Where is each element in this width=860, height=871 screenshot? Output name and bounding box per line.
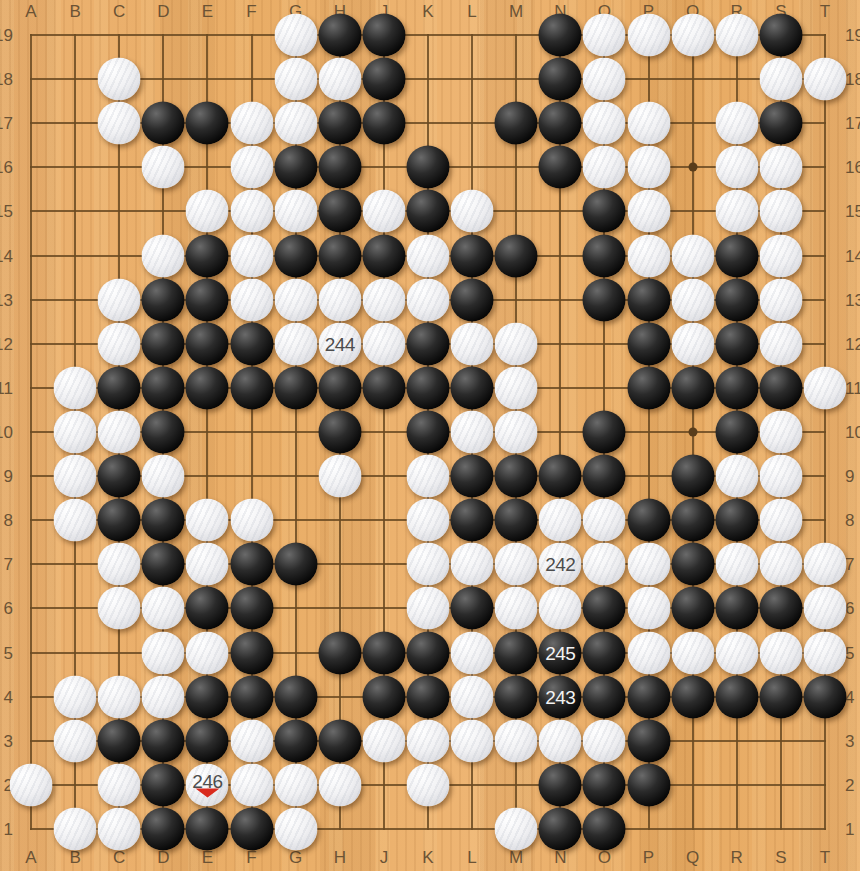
stone-black	[803, 675, 846, 718]
stone-black	[539, 807, 582, 850]
stone-black	[362, 14, 405, 57]
stone-black	[318, 366, 361, 409]
stone-white	[98, 58, 141, 101]
stone-black	[186, 366, 229, 409]
stone-black	[671, 455, 714, 498]
stone-white	[274, 102, 317, 145]
stone-white	[451, 410, 494, 453]
stone-white	[274, 278, 317, 321]
stone-black	[362, 234, 405, 277]
stone-white	[671, 278, 714, 321]
stone-black	[715, 322, 758, 365]
stone-white	[715, 190, 758, 233]
stone-black	[583, 234, 626, 277]
stone-white	[803, 587, 846, 630]
hoshi-dot	[688, 163, 697, 172]
stone-white	[583, 146, 626, 189]
stone-black	[495, 631, 538, 674]
stone-white	[715, 543, 758, 586]
coord-label-right: 8	[845, 512, 860, 529]
stone-black	[715, 499, 758, 542]
stone-black	[627, 366, 670, 409]
coord-label-bottom: R	[731, 849, 743, 866]
stone-white: 242	[539, 543, 582, 586]
coord-label-right: 13	[845, 291, 860, 308]
stone-black	[142, 543, 185, 586]
coord-label-left: 6	[0, 600, 13, 617]
coord-label-right: 14	[845, 247, 860, 264]
coord-label-right: 1	[845, 820, 860, 837]
stone-white	[627, 102, 670, 145]
coord-label-bottom: S	[775, 849, 786, 866]
stone-black	[186, 587, 229, 630]
coord-label-top: A	[25, 3, 36, 20]
stone-white	[142, 587, 185, 630]
stone-white	[186, 499, 229, 542]
stone-black	[274, 146, 317, 189]
stone-white	[627, 543, 670, 586]
stone-white	[759, 234, 802, 277]
coord-label-top: M	[509, 3, 523, 20]
stone-white	[362, 278, 405, 321]
stone-black	[186, 102, 229, 145]
stone-white	[362, 322, 405, 365]
stone-white	[98, 763, 141, 806]
stone-white	[759, 190, 802, 233]
stone-black	[627, 278, 670, 321]
stone-black	[186, 278, 229, 321]
stone-white	[627, 146, 670, 189]
stone-black	[715, 278, 758, 321]
coord-label-bottom: C	[113, 849, 125, 866]
stone-white	[318, 58, 361, 101]
stone-black	[671, 366, 714, 409]
stone-black	[142, 410, 185, 453]
stone-black	[583, 455, 626, 498]
stone-black: 245	[539, 631, 582, 674]
stone-black	[451, 455, 494, 498]
stone-white	[715, 102, 758, 145]
coord-label-right: 9	[845, 468, 860, 485]
stone-black	[495, 455, 538, 498]
stone-white	[186, 190, 229, 233]
stone-white	[627, 587, 670, 630]
coord-label-left: 13	[0, 291, 13, 308]
stone-white	[142, 234, 185, 277]
stone-white	[495, 719, 538, 762]
stone-black	[318, 102, 361, 145]
stone-white	[230, 102, 273, 145]
stone-black	[274, 675, 317, 718]
stone-white	[54, 675, 97, 718]
stone-white	[54, 719, 97, 762]
stone-white	[539, 499, 582, 542]
stone-white	[98, 322, 141, 365]
stone-white	[671, 322, 714, 365]
coord-label-bottom: B	[69, 849, 80, 866]
go-board[interactable]: AABBCCDDEEFFGGHHJJKKLLMMNNOOPPQQRRSSTT19…	[0, 0, 860, 871]
stone-black	[318, 719, 361, 762]
stone-white	[803, 58, 846, 101]
stone-black	[186, 234, 229, 277]
stone-white	[539, 587, 582, 630]
stone-white	[54, 410, 97, 453]
last-move-marker-icon	[195, 789, 219, 798]
stone-black	[539, 763, 582, 806]
stone-black	[627, 719, 670, 762]
stone-black	[583, 631, 626, 674]
coord-label-bottom: K	[422, 849, 433, 866]
coord-label-top: B	[69, 3, 80, 20]
coord-label-top: F	[246, 3, 256, 20]
coord-label-left: 3	[0, 732, 13, 749]
stone-black	[583, 675, 626, 718]
stone-white	[406, 278, 449, 321]
stone-white	[98, 543, 141, 586]
stone-white	[451, 322, 494, 365]
stone-black	[230, 807, 273, 850]
stone-white	[98, 278, 141, 321]
stone-white	[274, 14, 317, 57]
coord-label-right: 19	[845, 27, 860, 44]
stone-black	[230, 587, 273, 630]
stone-white	[142, 675, 185, 718]
stone-black	[362, 102, 405, 145]
stone-black	[318, 631, 361, 674]
coord-label-left: 4	[0, 688, 13, 705]
stone-black	[142, 763, 185, 806]
coord-label-top: T	[820, 3, 830, 20]
stone-white	[98, 410, 141, 453]
stone-white	[54, 455, 97, 498]
stone-black	[759, 14, 802, 57]
stone-black	[671, 675, 714, 718]
stone-white	[98, 675, 141, 718]
coord-label-bottom: J	[380, 849, 389, 866]
stone-white	[406, 587, 449, 630]
coord-label-left: 12	[0, 335, 13, 352]
stone-white	[671, 631, 714, 674]
stone-white	[715, 146, 758, 189]
stone-black	[583, 190, 626, 233]
coord-label-bottom: L	[467, 849, 476, 866]
stone-white	[10, 763, 53, 806]
stone-black	[186, 807, 229, 850]
coord-label-right: 2	[845, 776, 860, 793]
stone-white	[583, 543, 626, 586]
stone-white	[230, 234, 273, 277]
coord-label-bottom: M	[509, 849, 523, 866]
stone-black	[406, 146, 449, 189]
stone-black	[142, 807, 185, 850]
stone-black	[539, 58, 582, 101]
stone-white	[98, 807, 141, 850]
coord-label-left: 18	[0, 71, 13, 88]
stone-black	[98, 455, 141, 498]
stone-white	[406, 543, 449, 586]
stone-white	[230, 146, 273, 189]
stone-black	[142, 322, 185, 365]
stone-white	[759, 58, 802, 101]
stone-white	[715, 631, 758, 674]
stone-white	[495, 366, 538, 409]
coord-label-bottom: H	[334, 849, 346, 866]
stone-black	[274, 366, 317, 409]
coord-label-left: 16	[0, 159, 13, 176]
stone-black	[627, 322, 670, 365]
stone-white	[759, 455, 802, 498]
stone-white	[803, 543, 846, 586]
coord-label-left: 11	[0, 379, 13, 396]
stone-black	[495, 675, 538, 718]
stone-black	[539, 455, 582, 498]
stone-white	[627, 14, 670, 57]
stone-black	[318, 190, 361, 233]
stone-black	[759, 102, 802, 145]
move-number-label: 245	[545, 643, 575, 662]
stone-black	[539, 102, 582, 145]
stone-black	[406, 366, 449, 409]
stone-black	[362, 58, 405, 101]
coord-label-right: 5	[845, 644, 860, 661]
coord-label-bottom: A	[25, 849, 36, 866]
coord-label-bottom: P	[643, 849, 654, 866]
coord-label-bottom: E	[202, 849, 213, 866]
stone-black	[362, 366, 405, 409]
coord-label-right: 4	[845, 688, 860, 705]
stone-black	[186, 322, 229, 365]
coord-label-top: D	[157, 3, 169, 20]
coord-label-bottom: N	[554, 849, 566, 866]
coord-label-right: 10	[845, 423, 860, 440]
coord-label-left: 1	[0, 820, 13, 837]
stone-white: 244	[318, 322, 361, 365]
stone-white	[274, 322, 317, 365]
stone-black: 243	[539, 675, 582, 718]
stone-black	[671, 499, 714, 542]
stone-white	[186, 543, 229, 586]
stone-black	[318, 234, 361, 277]
stone-black	[142, 499, 185, 542]
stone-white	[451, 675, 494, 718]
stone-black	[671, 543, 714, 586]
stone-black	[495, 499, 538, 542]
stone-black	[715, 410, 758, 453]
stone-white	[142, 631, 185, 674]
stone-white	[274, 58, 317, 101]
stone-black	[451, 499, 494, 542]
stone-white	[318, 455, 361, 498]
stone-black	[451, 366, 494, 409]
stone-white	[583, 499, 626, 542]
stone-white	[759, 543, 802, 586]
stone-black	[583, 587, 626, 630]
coord-label-right: 11	[845, 379, 860, 396]
stone-white	[230, 278, 273, 321]
stone-white	[54, 807, 97, 850]
stone-white	[98, 102, 141, 145]
stone-black	[142, 278, 185, 321]
stone-black	[715, 366, 758, 409]
stone-white	[759, 278, 802, 321]
stone-black	[318, 410, 361, 453]
stone-white	[583, 58, 626, 101]
stone-black	[318, 14, 361, 57]
stone-black	[362, 631, 405, 674]
stone-black	[451, 234, 494, 277]
move-number-label: 243	[545, 687, 575, 706]
stone-white	[230, 763, 273, 806]
stone-white	[230, 499, 273, 542]
stone-white	[495, 322, 538, 365]
move-number-label: 244	[325, 334, 355, 353]
stone-white	[142, 146, 185, 189]
stone-white	[583, 14, 626, 57]
stone-white	[627, 631, 670, 674]
coord-label-left: 17	[0, 115, 13, 132]
stone-white	[318, 763, 361, 806]
stone-white	[671, 14, 714, 57]
stone-white	[495, 410, 538, 453]
hoshi-dot	[688, 427, 697, 436]
stone-black	[715, 675, 758, 718]
stone-white	[715, 455, 758, 498]
coord-label-left: 5	[0, 644, 13, 661]
stone-white	[406, 719, 449, 762]
coord-label-bottom: G	[289, 849, 302, 866]
stone-white	[583, 102, 626, 145]
stone-black	[406, 410, 449, 453]
stone-white	[803, 366, 846, 409]
coord-label-right: 12	[845, 335, 860, 352]
coord-label-right: 6	[845, 600, 860, 617]
stone-black	[451, 587, 494, 630]
stone-white	[230, 190, 273, 233]
stone-white	[406, 234, 449, 277]
stone-black	[274, 543, 317, 586]
stone-black	[583, 807, 626, 850]
stone-white	[539, 719, 582, 762]
stone-white	[406, 499, 449, 542]
stone-white	[451, 190, 494, 233]
coord-label-left: 15	[0, 203, 13, 220]
stone-black	[98, 366, 141, 409]
stone-black	[230, 675, 273, 718]
stone-white: 246	[186, 763, 229, 806]
stone-black	[583, 763, 626, 806]
stone-black	[274, 234, 317, 277]
stone-white	[803, 631, 846, 674]
stone-white	[583, 719, 626, 762]
stone-black	[142, 102, 185, 145]
stone-white	[759, 631, 802, 674]
coord-label-top: C	[113, 3, 125, 20]
coord-label-left: 7	[0, 556, 13, 573]
stone-white	[362, 719, 405, 762]
move-number-label: 242	[545, 555, 575, 574]
stone-black	[627, 499, 670, 542]
stone-black	[495, 234, 538, 277]
coord-label-right: 17	[845, 115, 860, 132]
stone-black	[627, 675, 670, 718]
stone-black	[274, 719, 317, 762]
stone-black	[627, 763, 670, 806]
stone-black	[759, 366, 802, 409]
coord-label-top: L	[467, 3, 476, 20]
stone-white	[759, 499, 802, 542]
coord-label-bottom: O	[598, 849, 611, 866]
stone-black	[406, 675, 449, 718]
stone-black	[98, 719, 141, 762]
coord-label-right: 3	[845, 732, 860, 749]
stone-white	[451, 719, 494, 762]
stone-black	[186, 675, 229, 718]
stone-black	[230, 631, 273, 674]
stone-black	[759, 675, 802, 718]
stone-black	[406, 322, 449, 365]
stone-black	[583, 410, 626, 453]
stone-black	[715, 234, 758, 277]
stone-white	[54, 366, 97, 409]
stone-white	[759, 322, 802, 365]
coord-label-right: 16	[845, 159, 860, 176]
stone-black	[583, 278, 626, 321]
coord-label-bottom: F	[246, 849, 256, 866]
coord-label-top: E	[202, 3, 213, 20]
stone-black	[715, 587, 758, 630]
coord-label-bottom: Q	[686, 849, 699, 866]
coord-label-right: 7	[845, 556, 860, 573]
coord-label-right: 15	[845, 203, 860, 220]
coord-label-bottom: D	[157, 849, 169, 866]
coord-label-left: 19	[0, 27, 13, 44]
stone-white	[495, 587, 538, 630]
stone-black	[142, 719, 185, 762]
coord-label-left: 8	[0, 512, 13, 529]
stone-white	[318, 278, 361, 321]
coord-label-left: 9	[0, 468, 13, 485]
stone-white	[230, 719, 273, 762]
stone-white	[274, 190, 317, 233]
stone-black	[318, 146, 361, 189]
stone-black	[451, 278, 494, 321]
stone-black	[406, 190, 449, 233]
stone-black	[230, 322, 273, 365]
stone-white	[186, 631, 229, 674]
stone-white	[274, 807, 317, 850]
coord-label-left: 10	[0, 423, 13, 440]
stone-white	[715, 14, 758, 57]
stone-white	[627, 190, 670, 233]
stone-white	[495, 807, 538, 850]
stone-white	[759, 146, 802, 189]
stone-black	[186, 719, 229, 762]
stone-white	[627, 234, 670, 277]
stone-white	[759, 410, 802, 453]
stone-white	[54, 499, 97, 542]
stone-black	[362, 675, 405, 718]
stone-black	[539, 146, 582, 189]
stone-black	[230, 543, 273, 586]
coord-label-top: K	[422, 3, 433, 20]
stone-white	[274, 763, 317, 806]
stone-black	[98, 499, 141, 542]
stone-white	[406, 763, 449, 806]
stone-white	[451, 631, 494, 674]
stone-black	[495, 102, 538, 145]
coord-label-bottom: T	[820, 849, 830, 866]
coord-label-left: 14	[0, 247, 13, 264]
